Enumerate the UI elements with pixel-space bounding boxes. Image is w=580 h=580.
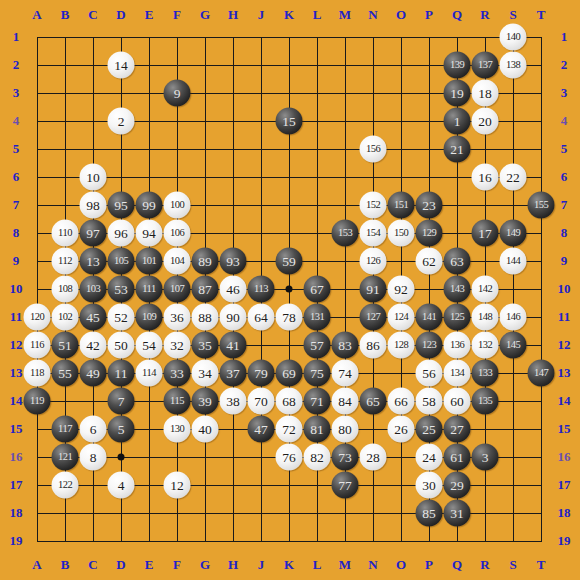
coord-label-row-3-right: 3: [561, 85, 568, 101]
coord-label-row-2-right: 2: [561, 57, 568, 73]
stone-black-1-Q4[interactable]: 1: [444, 108, 471, 135]
stone-black-135-R14[interactable]: 135: [472, 388, 499, 415]
stone-white-130-F15[interactable]: 130: [164, 416, 191, 443]
coord-label-col-E-top: E: [145, 7, 154, 23]
stone-white-126-N9[interactable]: 126: [360, 248, 387, 275]
coord-label-col-M-bottom: M: [339, 557, 351, 573]
stone-white-132-R12[interactable]: 132: [472, 332, 499, 359]
stone-black-85-P18[interactable]: 85: [416, 500, 443, 527]
stone-white-34-G13[interactable]: 34: [192, 360, 219, 387]
stone-white-154-N8[interactable]: 154: [360, 220, 387, 247]
coord-label-col-F-top: F: [173, 7, 181, 23]
stone-black-69-K13[interactable]: 69: [276, 360, 303, 387]
coord-label-row-1-right: 1: [561, 29, 568, 45]
stone-black-7-D14[interactable]: 7: [108, 388, 135, 415]
coord-label-col-B-bottom: B: [61, 557, 70, 573]
coord-label-col-G-bottom: G: [200, 557, 210, 573]
stone-black-127-N11[interactable]: 127: [360, 304, 387, 331]
stone-white-98-C7[interactable]: 98: [80, 192, 107, 219]
stone-white-14-D2[interactable]: 14: [108, 52, 135, 79]
stone-black-31-Q18[interactable]: 31: [444, 500, 471, 527]
coord-label-row-9-left: 9: [13, 253, 20, 269]
stone-white-118-A13[interactable]: 118: [24, 360, 51, 387]
coord-label-col-L-bottom: L: [313, 557, 322, 573]
coord-label-col-J-bottom: J: [258, 557, 265, 573]
stone-black-27-Q15[interactable]: 27: [444, 416, 471, 443]
stone-black-155-T7[interactable]: 155: [528, 192, 555, 219]
coord-label-row-3-left: 3: [13, 85, 20, 101]
coord-label-row-16-right: 16: [558, 449, 571, 465]
stone-white-146-S11[interactable]: 146: [500, 304, 527, 331]
coord-label-row-15-right: 15: [558, 421, 571, 437]
coord-label-col-H-bottom: H: [228, 557, 238, 573]
stone-black-77-M17[interactable]: 77: [332, 472, 359, 499]
stone-white-82-L16[interactable]: 82: [304, 444, 331, 471]
stone-white-128-O12[interactable]: 128: [388, 332, 415, 359]
stone-black-21-Q5[interactable]: 21: [444, 136, 471, 163]
coord-label-col-S-bottom: S: [509, 557, 516, 573]
stone-white-6-C15[interactable]: 6: [80, 416, 107, 443]
stone-black-41-H12[interactable]: 41: [220, 332, 247, 359]
stone-white-150-O8[interactable]: 150: [388, 220, 415, 247]
stone-white-112-B9[interactable]: 112: [52, 248, 79, 275]
stone-black-129-P8[interactable]: 129: [416, 220, 443, 247]
stone-black-17-R8[interactable]: 17: [472, 220, 499, 247]
coord-label-row-7-right: 7: [561, 197, 568, 213]
coord-label-col-T-top: T: [537, 7, 546, 23]
coord-label-row-17-right: 17: [558, 477, 571, 493]
stone-black-65-N14[interactable]: 65: [360, 388, 387, 415]
coord-label-row-8-right: 8: [561, 225, 568, 241]
stone-white-90-H11[interactable]: 90: [220, 304, 247, 331]
stone-black-57-L12[interactable]: 57: [304, 332, 331, 359]
coord-label-row-14-left: 14: [10, 393, 23, 409]
stone-white-114-E13[interactable]: 114: [136, 360, 163, 387]
stone-white-110-B8[interactable]: 110: [52, 220, 79, 247]
stone-black-61-Q16[interactable]: 61: [444, 444, 471, 471]
stone-white-32-F12[interactable]: 32: [164, 332, 191, 359]
coord-label-col-C-top: C: [88, 7, 97, 23]
coord-label-row-5-right: 5: [561, 141, 568, 157]
stone-black-45-C11[interactable]: 45: [80, 304, 107, 331]
coord-label-col-R-bottom: R: [480, 557, 489, 573]
hoshi-K10: [286, 286, 293, 293]
coord-label-col-M-top: M: [339, 7, 351, 23]
stone-black-105-D9[interactable]: 105: [108, 248, 135, 275]
stone-black-141-P11[interactable]: 141: [416, 304, 443, 331]
stone-white-8-C16[interactable]: 8: [80, 444, 107, 471]
coord-label-col-N-bottom: N: [368, 557, 377, 573]
stone-white-134-Q13[interactable]: 134: [444, 360, 471, 387]
stone-white-84-M14[interactable]: 84: [332, 388, 359, 415]
stone-black-3-R16[interactable]: 3: [472, 444, 499, 471]
coord-label-row-16-left: 16: [10, 449, 23, 465]
coord-label-col-S-top: S: [509, 7, 516, 23]
stone-black-67-L10[interactable]: 67: [304, 276, 331, 303]
stone-white-86-N12[interactable]: 86: [360, 332, 387, 359]
stone-black-51-B12[interactable]: 51: [52, 332, 79, 359]
stone-black-139-Q2[interactable]: 139: [444, 52, 471, 79]
stone-black-145-S12[interactable]: 145: [500, 332, 527, 359]
stone-white-94-E8[interactable]: 94: [136, 220, 163, 247]
coord-label-col-T-bottom: T: [537, 557, 546, 573]
stone-white-28-N16[interactable]: 28: [360, 444, 387, 471]
coord-label-row-1-left: 1: [13, 29, 20, 45]
coord-label-col-D-bottom: D: [116, 557, 125, 573]
stone-black-5-D15[interactable]: 5: [108, 416, 135, 443]
coord-label-row-2-left: 2: [13, 57, 20, 73]
stone-white-22-S6[interactable]: 22: [500, 164, 527, 191]
stone-black-47-J15[interactable]: 47: [248, 416, 275, 443]
coord-label-row-9-right: 9: [561, 253, 568, 269]
coord-label-col-H-top: H: [228, 7, 238, 23]
stone-black-107-F10[interactable]: 107: [164, 276, 191, 303]
stone-black-15-K4[interactable]: 15: [276, 108, 303, 135]
stone-black-13-C9[interactable]: 13: [80, 248, 107, 275]
stone-white-96-D8[interactable]: 96: [108, 220, 135, 247]
coord-label-row-11-left: 11: [10, 309, 22, 325]
coord-label-col-L-top: L: [313, 7, 322, 23]
stone-black-149-S8[interactable]: 149: [500, 220, 527, 247]
coord-label-col-P-top: P: [425, 7, 433, 23]
coord-label-col-R-top: R: [480, 7, 489, 23]
stone-white-30-P17[interactable]: 30: [416, 472, 443, 499]
stone-white-64-J11[interactable]: 64: [248, 304, 275, 331]
coord-label-row-14-right: 14: [558, 393, 571, 409]
stone-black-143-Q10[interactable]: 143: [444, 276, 471, 303]
coord-label-row-11-right: 11: [558, 309, 570, 325]
stone-white-62-P9[interactable]: 62: [416, 248, 443, 275]
stone-white-26-O15[interactable]: 26: [388, 416, 415, 443]
coord-label-col-N-top: N: [368, 7, 377, 23]
stone-white-2-D4[interactable]: 2: [108, 108, 135, 135]
coord-label-col-B-top: B: [61, 7, 70, 23]
stone-white-148-R11[interactable]: 148: [472, 304, 499, 331]
stone-black-97-C8[interactable]: 97: [80, 220, 107, 247]
stone-white-124-O11[interactable]: 124: [388, 304, 415, 331]
stone-black-101-E9[interactable]: 101: [136, 248, 163, 275]
stone-black-55-B13[interactable]: 55: [52, 360, 79, 387]
stone-black-125-Q11[interactable]: 125: [444, 304, 471, 331]
coord-label-col-Q-top: Q: [452, 7, 462, 23]
stone-white-106-F8[interactable]: 106: [164, 220, 191, 247]
stone-white-24-P16[interactable]: 24: [416, 444, 443, 471]
stone-black-11-D13[interactable]: 11: [108, 360, 135, 387]
stone-black-79-J13[interactable]: 79: [248, 360, 275, 387]
stone-black-63-Q9[interactable]: 63: [444, 248, 471, 275]
stone-black-35-G12[interactable]: 35: [192, 332, 219, 359]
stone-black-151-O7[interactable]: 151: [388, 192, 415, 219]
coord-label-row-7-left: 7: [13, 197, 20, 213]
stone-white-40-G15[interactable]: 40: [192, 416, 219, 443]
stone-white-152-N7[interactable]: 152: [360, 192, 387, 219]
coord-label-row-6-left: 6: [13, 169, 20, 185]
coord-label-row-13-right: 13: [558, 365, 571, 381]
coord-label-col-J-top: J: [258, 7, 265, 23]
stone-black-73-M16[interactable]: 73: [332, 444, 359, 471]
stone-black-49-C13[interactable]: 49: [80, 360, 107, 387]
stone-white-156-N5[interactable]: 156: [360, 136, 387, 163]
stone-black-137-R2[interactable]: 137: [472, 52, 499, 79]
coord-label-row-6-right: 6: [561, 169, 568, 185]
stone-white-38-H14[interactable]: 38: [220, 388, 247, 415]
stone-black-37-H13[interactable]: 37: [220, 360, 247, 387]
stone-white-116-A12[interactable]: 116: [24, 332, 51, 359]
stone-white-4-D17[interactable]: 4: [108, 472, 135, 499]
coord-label-col-A-bottom: A: [32, 557, 41, 573]
coord-label-row-10-right: 10: [558, 281, 571, 297]
stone-white-20-R4[interactable]: 20: [472, 108, 499, 135]
coord-label-row-5-left: 5: [13, 141, 20, 157]
stone-white-100-F7[interactable]: 100: [164, 192, 191, 219]
coord-label-col-G-top: G: [200, 7, 210, 23]
stone-black-53-D10[interactable]: 53: [108, 276, 135, 303]
go-board[interactable]: AABBCCDDEEFFGGHHJJKKLLMMNNOOPPQQRRSSTT11…: [0, 0, 580, 580]
coord-label-col-D-top: D: [116, 7, 125, 23]
stone-black-75-L13[interactable]: 75: [304, 360, 331, 387]
stone-black-95-D7[interactable]: 95: [108, 192, 135, 219]
stone-black-133-R13[interactable]: 133: [472, 360, 499, 387]
coord-label-col-E-bottom: E: [145, 557, 154, 573]
stone-white-58-P14[interactable]: 58: [416, 388, 443, 415]
coord-label-row-4-left: 4: [13, 113, 20, 129]
coord-label-row-10-left: 10: [10, 281, 23, 297]
stone-black-109-E11[interactable]: 109: [136, 304, 163, 331]
coord-label-col-A-top: A: [32, 7, 41, 23]
stone-white-66-O14[interactable]: 66: [388, 388, 415, 415]
coord-label-col-K-top: K: [284, 7, 294, 23]
stone-white-50-D12[interactable]: 50: [108, 332, 135, 359]
stone-white-16-R6[interactable]: 16: [472, 164, 499, 191]
coord-label-row-19-right: 19: [558, 533, 571, 549]
stone-black-83-M12[interactable]: 83: [332, 332, 359, 359]
coord-label-row-12-left: 12: [10, 337, 23, 353]
coord-label-row-12-right: 12: [558, 337, 571, 353]
coord-label-col-O-top: O: [396, 7, 406, 23]
stone-white-52-D11[interactable]: 52: [108, 304, 135, 331]
stone-black-19-Q3[interactable]: 19: [444, 80, 471, 107]
stone-black-91-N10[interactable]: 91: [360, 276, 387, 303]
coord-label-row-8-left: 8: [13, 225, 20, 241]
stone-white-138-S2[interactable]: 138: [500, 52, 527, 79]
stone-white-88-G11[interactable]: 88: [192, 304, 219, 331]
stone-black-71-L14[interactable]: 71: [304, 388, 331, 415]
stone-black-99-E7[interactable]: 99: [136, 192, 163, 219]
stone-white-36-F11[interactable]: 36: [164, 304, 191, 331]
stone-black-103-C10[interactable]: 103: [80, 276, 107, 303]
stone-black-131-L11[interactable]: 131: [304, 304, 331, 331]
stone-white-78-K11[interactable]: 78: [276, 304, 303, 331]
stone-black-119-A14[interactable]: 119: [24, 388, 51, 415]
stone-white-144-S9[interactable]: 144: [500, 248, 527, 275]
coord-label-row-15-left: 15: [10, 421, 23, 437]
coord-label-col-Q-bottom: Q: [452, 557, 462, 573]
stone-white-72-K15[interactable]: 72: [276, 416, 303, 443]
stone-black-113-J10[interactable]: 113: [248, 276, 275, 303]
stone-black-29-Q17[interactable]: 29: [444, 472, 471, 499]
coord-label-row-19-left: 19: [10, 533, 23, 549]
stone-black-87-G10[interactable]: 87: [192, 276, 219, 303]
stone-black-111-E10[interactable]: 111: [136, 276, 163, 303]
stone-black-115-F14[interactable]: 115: [164, 388, 191, 415]
stone-white-42-C12[interactable]: 42: [80, 332, 107, 359]
stone-black-33-F13[interactable]: 33: [164, 360, 191, 387]
stone-white-46-H10[interactable]: 46: [220, 276, 247, 303]
stone-white-140-S1[interactable]: 140: [500, 24, 527, 51]
coord-label-col-K-bottom: K: [284, 557, 294, 573]
coord-label-row-17-left: 17: [10, 477, 23, 493]
coord-label-col-P-bottom: P: [425, 557, 433, 573]
stone-white-54-E12[interactable]: 54: [136, 332, 163, 359]
coord-label-col-F-bottom: F: [173, 557, 181, 573]
stone-white-60-Q14[interactable]: 60: [444, 388, 471, 415]
stone-white-68-K14[interactable]: 68: [276, 388, 303, 415]
stone-white-80-M15[interactable]: 80: [332, 416, 359, 443]
stone-black-93-H9[interactable]: 93: [220, 248, 247, 275]
stone-white-12-F17[interactable]: 12: [164, 472, 191, 499]
stone-white-10-C6[interactable]: 10: [80, 164, 107, 191]
coord-label-row-13-left: 13: [10, 365, 23, 381]
stone-white-136-Q12[interactable]: 136: [444, 332, 471, 359]
stone-black-121-B16[interactable]: 121: [52, 444, 79, 471]
stone-black-81-L15[interactable]: 81: [304, 416, 331, 443]
coord-label-col-O-bottom: O: [396, 557, 406, 573]
stone-white-18-R3[interactable]: 18: [472, 80, 499, 107]
stone-white-70-J14[interactable]: 70: [248, 388, 275, 415]
stone-black-123-P12[interactable]: 123: [416, 332, 443, 359]
stone-white-76-K16[interactable]: 76: [276, 444, 303, 471]
stone-black-25-P15[interactable]: 25: [416, 416, 443, 443]
stone-black-39-G14[interactable]: 39: [192, 388, 219, 415]
stone-white-56-P13[interactable]: 56: [416, 360, 443, 387]
stone-white-104-F9[interactable]: 104: [164, 248, 191, 275]
coord-label-col-C-bottom: C: [88, 557, 97, 573]
stone-black-9-F3[interactable]: 9: [164, 80, 191, 107]
stone-black-117-B15[interactable]: 117: [52, 416, 79, 443]
coord-label-row-18-left: 18: [10, 505, 23, 521]
stone-black-153-M8[interactable]: 153: [332, 220, 359, 247]
coord-label-row-4-right: 4: [561, 113, 568, 129]
stone-white-120-A11[interactable]: 120: [24, 304, 51, 331]
stone-white-92-O10[interactable]: 92: [388, 276, 415, 303]
stone-black-23-P7[interactable]: 23: [416, 192, 443, 219]
stone-white-122-B17[interactable]: 122: [52, 472, 79, 499]
stone-white-142-R10[interactable]: 142: [472, 276, 499, 303]
stone-black-59-K9[interactable]: 59: [276, 248, 303, 275]
hoshi-D16: [118, 454, 125, 461]
coord-label-row-18-right: 18: [558, 505, 571, 521]
stone-black-147-T13[interactable]: 147: [528, 360, 555, 387]
stone-white-108-B10[interactable]: 108: [52, 276, 79, 303]
stone-white-102-B11[interactable]: 102: [52, 304, 79, 331]
stone-black-89-G9[interactable]: 89: [192, 248, 219, 275]
stone-white-74-M13[interactable]: 74: [332, 360, 359, 387]
